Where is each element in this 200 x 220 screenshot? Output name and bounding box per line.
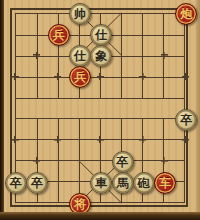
piece-red-pawn[interactable]: 兵	[48, 24, 70, 46]
position-mark	[139, 73, 146, 80]
position-mark	[182, 136, 189, 143]
board-right-shadow	[195, 0, 200, 220]
xiangqi-board[interactable]: 帅仕仕象卒卒卒卒車馬砲炮兵兵车将	[0, 0, 200, 220]
board-cell	[16, 77, 37, 98]
board-cell	[58, 139, 79, 160]
board-cell	[16, 14, 37, 35]
piece-ivory-rook[interactable]: 車	[90, 172, 112, 194]
position-mark	[33, 52, 40, 59]
position-mark	[139, 136, 146, 143]
position-mark	[54, 136, 61, 143]
board-cell	[121, 14, 142, 35]
board-cell	[142, 14, 163, 35]
board-cell	[58, 160, 79, 181]
board-cell	[58, 118, 79, 139]
board-left-edge	[0, 0, 4, 220]
board-cell	[37, 98, 58, 119]
position-mark	[182, 73, 189, 80]
position-mark	[12, 73, 19, 80]
piece-ivory-cannon[interactable]: 砲	[133, 172, 155, 194]
board-cell	[16, 118, 37, 139]
board-cell	[16, 56, 37, 77]
piece-ivory-horse[interactable]: 馬	[112, 172, 134, 194]
piece-ivory-pawn[interactable]: 卒	[175, 109, 197, 131]
position-mark	[161, 52, 168, 59]
piece-ivory-pawn[interactable]: 卒	[5, 172, 27, 194]
position-mark	[12, 136, 19, 143]
piece-ivory-pawn[interactable]: 卒	[26, 172, 48, 194]
position-mark	[54, 73, 61, 80]
board-cell	[142, 98, 163, 119]
position-mark	[97, 136, 104, 143]
piece-ivory-advisor[interactable]: 仕	[69, 45, 91, 67]
position-mark	[33, 157, 40, 164]
board-cell	[16, 98, 37, 119]
board-cell	[100, 98, 121, 119]
position-mark	[161, 157, 168, 164]
board-cell	[121, 35, 142, 56]
piece-ivory-pawn[interactable]: 卒	[112, 151, 134, 173]
board-cell	[121, 98, 142, 119]
piece-ivory-general[interactable]: 帅	[69, 3, 91, 25]
board-cell	[58, 98, 79, 119]
board-bottom-edge	[0, 212, 200, 220]
board-cell	[79, 98, 100, 119]
position-mark	[97, 73, 104, 80]
piece-red-rook[interactable]: 车	[154, 172, 176, 194]
